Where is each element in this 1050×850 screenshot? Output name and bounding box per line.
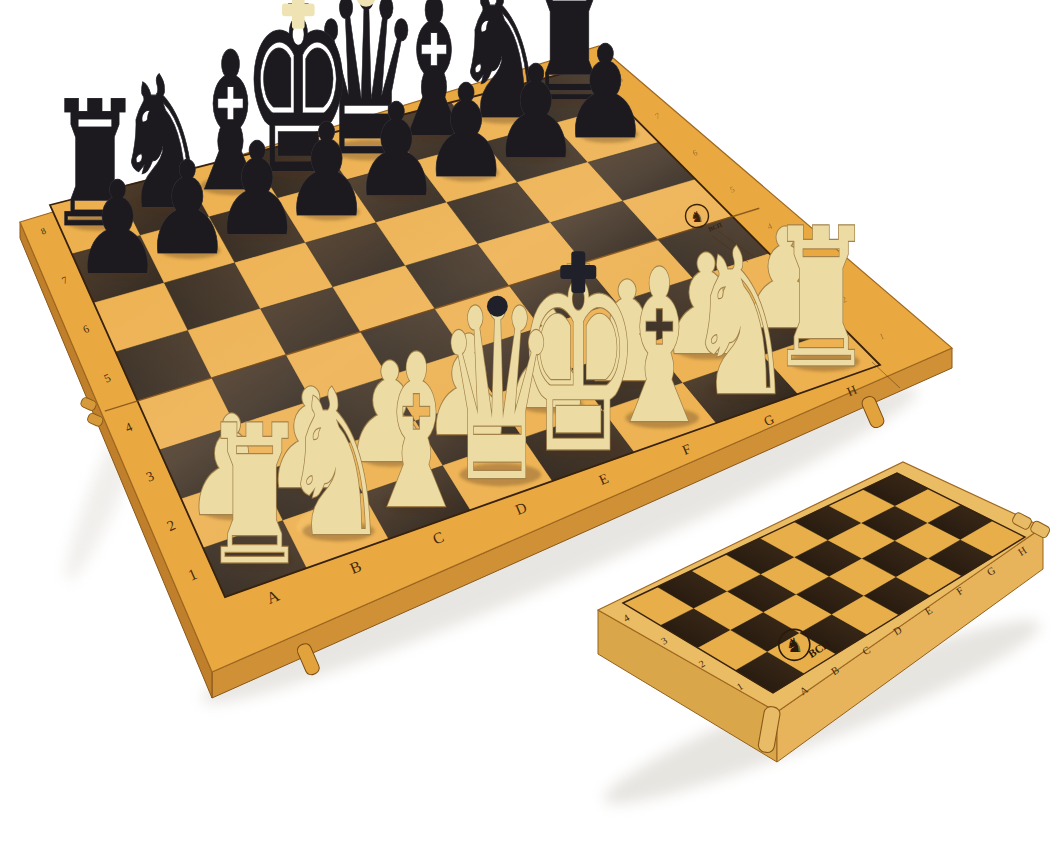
white-rook-glyph: ♜ (201, 384, 307, 608)
finial-dark-tip-icon (487, 296, 508, 317)
piece-white-rook-a1: ♜ (201, 384, 307, 608)
scene-svg: 1234567812345678ABCDEFGHВСП♞ВСП ABCDEFGH… (0, 0, 1050, 850)
piece-black-pawn-a7: ♟ (73, 154, 163, 303)
black-pawn-glyph: ♟ (73, 154, 163, 303)
box-vsp-logo-knight-icon: ♞ (785, 633, 803, 657)
product-photo-scene: 1234567812345678ABCDEFGHВСП♞ВСП ABCDEFGH… (0, 0, 1050, 850)
